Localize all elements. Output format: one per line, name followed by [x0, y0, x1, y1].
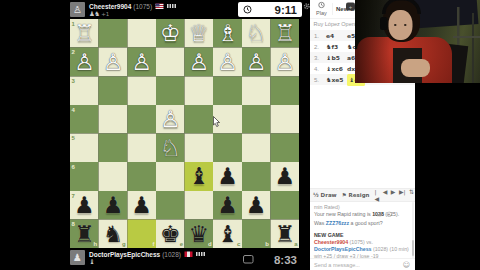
rank-label: 1 [72, 20, 75, 27]
move-white[interactable]: ♞f3 [326, 41, 338, 52]
square-h5[interactable]: 5 [70, 134, 99, 163]
square-a3[interactable] [270, 76, 299, 105]
rank-label: 8 [72, 220, 75, 227]
square-a1[interactable]: ♖ [270, 19, 299, 48]
square-b4[interactable] [242, 105, 271, 134]
square-b1[interactable]: ♘ [242, 19, 271, 48]
message-placeholder: Send a message... [314, 262, 360, 268]
emoji-smiley-icon[interactable]: ☺ [403, 260, 410, 268]
piece-white-b1: ♘ [242, 19, 271, 48]
white-clock: 9:11 [238, 2, 302, 17]
square-f2[interactable]: ♙ [127, 48, 156, 77]
piece-white-a2: ♙ [270, 48, 299, 77]
chat-message: min Rated) [314, 204, 340, 210]
black-clock: 8:33 [238, 252, 302, 267]
resign-button[interactable]: ⚑ Resign [342, 192, 370, 199]
black-player-link[interactable]: DoctorPlaysEpicChess [314, 246, 371, 252]
player-bottom-name[interactable]: DoctorPlaysEpicChess [89, 250, 160, 258]
square-b8[interactable]: b [242, 219, 271, 248]
square-f8[interactable]: f [127, 219, 156, 248]
square-e4[interactable]: ♙ [156, 105, 185, 134]
square-b2[interactable]: ♙ [242, 48, 271, 77]
square-h6[interactable]: 6 [70, 162, 99, 191]
move-list-button[interactable]: ⇅ [409, 188, 414, 202]
prev-move-button[interactable]: ◀ [383, 188, 388, 202]
black-clock-time: 8:33 [274, 253, 297, 267]
square-f6[interactable] [127, 162, 156, 191]
file-label: h [93, 241, 97, 248]
square-h7[interactable]: ♟7 [70, 191, 99, 220]
rank-label: 6 [72, 163, 75, 170]
square-d1[interactable]: ♕ [185, 19, 214, 48]
chat-message-rating: Your new Rapid rating is 1028 (+25). [314, 211, 399, 217]
white-clock-time: 9:11 [275, 3, 297, 17]
webcam-feed [355, 0, 480, 83]
square-a5[interactable] [270, 134, 299, 163]
square-d5[interactable] [185, 134, 214, 163]
piece-white-b2: ♙ [242, 48, 271, 77]
piece-white-g2: ♙ [99, 48, 128, 77]
square-f4[interactable] [127, 105, 156, 134]
square-e2[interactable] [156, 48, 185, 77]
webcam-bedframe-pole [472, 13, 474, 83]
player-bottom-bar: DoctorPlaysEpicChess (1028) [89, 250, 205, 258]
connection-bars-icon [167, 4, 176, 8]
piece-black-g7: ♟ [99, 191, 128, 220]
square-c7[interactable]: ♟ [213, 191, 242, 220]
square-h3[interactable]: 3 [70, 76, 99, 105]
square-e7[interactable] [156, 191, 185, 220]
player-top-name[interactable]: Cheester9904 [89, 2, 131, 10]
move-white[interactable]: ♞xe5 [326, 74, 344, 85]
file-label: g [122, 241, 126, 248]
last-move-button[interactable]: ▶| [399, 188, 406, 202]
piece-black-a6: ♟ [270, 162, 299, 191]
player-top-bar: Cheester9904 (1075) [89, 2, 176, 10]
square-e3[interactable] [156, 76, 185, 105]
webcam-bedframe-rail [453, 36, 480, 38]
move-black[interactable]: a6 [347, 52, 355, 63]
square-b3[interactable] [242, 76, 271, 105]
piece-white-d1: ♕ [185, 19, 214, 48]
move-white[interactable]: ♝b5 [326, 52, 340, 63]
square-a2[interactable]: ♙ [270, 48, 299, 77]
chat-black-player: DoctorPlaysEpicChess (1028) (10 min) [314, 246, 409, 252]
square-a6[interactable]: ♟ [270, 162, 299, 191]
rank-label: 5 [72, 135, 75, 142]
square-f5[interactable] [127, 134, 156, 163]
square-b5[interactable] [242, 134, 271, 163]
rank-label: 4 [72, 106, 75, 113]
square-g2[interactable]: ♙ [99, 48, 128, 77]
square-c5[interactable] [213, 134, 242, 163]
piece-black-c6: ♟ [213, 162, 242, 191]
move-white[interactable]: ♝xc6 [326, 63, 343, 74]
square-g4[interactable] [99, 105, 128, 134]
square-h2[interactable]: ♙2 [70, 48, 99, 77]
square-h4[interactable]: 4 [70, 105, 99, 134]
square-g3[interactable] [99, 76, 128, 105]
info-icon[interactable] [387, 212, 393, 218]
white-player-link[interactable]: Cheester9904 [314, 239, 348, 245]
connection-bars-icon [196, 252, 205, 256]
square-c2[interactable]: ♙ [213, 48, 242, 77]
webcam-person-hands [401, 59, 430, 77]
chat-white-player: Cheester9904 (1075) vs. [314, 239, 373, 245]
file-label: a [294, 241, 297, 248]
piece-black-c7: ♟ [213, 191, 242, 220]
piece-white-d2: ♙ [185, 48, 214, 77]
rank-label: 2 [72, 49, 75, 56]
file-label: c [237, 241, 240, 248]
stream-screen: ♖1♔♕♗♘♖♙2♙♙♙♙♙♙34♙5♘6♝♟♟♟7♟♟♟♟♜8h♞gf♚e♛d… [0, 0, 480, 270]
piece-white-c1: ♗ [213, 19, 242, 48]
play-clock-icon [318, 2, 325, 9]
piece-white-c2: ♙ [213, 48, 242, 77]
move-white[interactable]: e4 [326, 30, 334, 41]
file-label: e [180, 241, 183, 248]
clock-icon [243, 5, 252, 14]
piece-black-b7: ♟ [242, 191, 271, 220]
square-e1[interactable]: ♔ [156, 19, 185, 48]
piece-black-d6: ♝ [185, 162, 214, 191]
square-c8[interactable]: ♝c [213, 219, 242, 248]
square-f7[interactable]: ♟ [127, 191, 156, 220]
game-controls: ½ Draw ⚑ Resign |◀ ◀ ▶ ▶| ⇅ [310, 188, 415, 202]
square-d6[interactable]: ♝ [185, 162, 214, 191]
chess-board: ♖1♔♕♗♘♖♙2♙♙♙♙♙♙34♙5♘6♝♟♟♟7♟♟♟♟♜8h♞gf♚e♛d… [70, 19, 299, 248]
square-g1[interactable] [99, 19, 128, 48]
square-a7[interactable] [270, 191, 299, 220]
square-b7[interactable]: ♟ [242, 191, 271, 220]
player-bottom-rating: (1028) [162, 250, 181, 258]
webcam-person-eye [404, 24, 407, 26]
player-top-rating: (1075) [133, 2, 152, 10]
draw-button[interactable]: ½ Draw [313, 192, 337, 199]
rank-label: 3 [72, 77, 75, 84]
square-d3[interactable] [185, 76, 214, 105]
square-f3[interactable] [127, 76, 156, 105]
square-e8[interactable]: ♚e [156, 219, 185, 248]
webcam-person-eye [394, 24, 397, 26]
rank-label: 7 [72, 192, 75, 199]
square-a8[interactable]: ♜a [270, 219, 299, 248]
chat-message-question: Was ZZZ76zzz a good sport? [314, 220, 383, 226]
file-label: d [208, 241, 212, 248]
message-input[interactable]: Send a message... ☺ [310, 258, 415, 270]
user-link[interactable]: ZZZ76zzz [326, 220, 349, 226]
chat-new-game-label: NEW GAME [314, 232, 343, 238]
avatar[interactable]: ♟ [70, 250, 85, 265]
square-h8[interactable]: ♜8h [70, 219, 99, 248]
square-c3[interactable] [213, 76, 242, 105]
piece-black-f7: ♟ [127, 191, 156, 220]
thumb-small-icon[interactable] [377, 212, 383, 218]
webcam-vignette [355, 0, 390, 83]
material-score: +1 [101, 11, 109, 18]
piece-white-e4: ♙ [156, 105, 185, 134]
captured-pieces-bottom: ♝ [89, 258, 94, 266]
square-h1[interactable]: ♖1 [70, 19, 99, 48]
square-d4[interactable] [185, 105, 214, 134]
square-e6[interactable] [156, 162, 185, 191]
square-f1[interactable] [127, 19, 156, 48]
tab-divider [332, 3, 333, 15]
piece-white-e5: ♘ [156, 134, 185, 163]
square-g8[interactable]: ♞g [99, 219, 128, 248]
webcam-person-face [389, 10, 413, 40]
red-flag-icon [184, 251, 192, 257]
square-a4[interactable] [270, 105, 299, 134]
new-tab-button[interactable]: + [346, 3, 355, 11]
square-c6[interactable]: ♟ [213, 162, 242, 191]
captured-pieces-top: ♟♞+1 [89, 10, 109, 18]
piece-white-f2: ♙ [127, 48, 156, 77]
square-e5[interactable]: ♘ [156, 134, 185, 163]
first-move-button[interactable]: |◀ [375, 188, 380, 202]
move-black[interactable]: e5 [347, 30, 355, 41]
square-d2[interactable]: ♙ [185, 48, 214, 77]
square-g6[interactable] [99, 162, 128, 191]
avatar[interactable]: ♙ [70, 2, 85, 17]
square-d7[interactable] [185, 191, 214, 220]
square-b6[interactable] [242, 162, 271, 191]
piece-white-e1: ♔ [156, 19, 185, 48]
square-c1[interactable]: ♗ [213, 19, 242, 48]
file-label: f [152, 241, 154, 248]
chat-scrollbar-thumb[interactable] [412, 240, 414, 256]
us-flag-icon [156, 3, 164, 9]
next-move-button[interactable]: ▶ [391, 188, 396, 202]
square-d8[interactable]: ♛d [185, 219, 214, 248]
file-label: b [265, 241, 269, 248]
mouse-cursor [213, 116, 223, 127]
square-g5[interactable] [99, 134, 128, 163]
tab-play[interactable]: Play [316, 2, 327, 16]
square-g7[interactable]: ♟ [99, 191, 128, 220]
piece-white-a1: ♖ [270, 19, 299, 48]
